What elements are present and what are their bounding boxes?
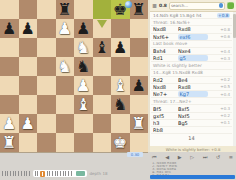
white-pawn-b2[interactable]: ♟: [21, 114, 35, 133]
comment-row: 14.Nd5 Kg8 15.Bg4 h4+0.8: [151, 12, 232, 19]
search-icon[interactable]: [219, 3, 224, 8]
move-m2[interactable]: Rxd8: [178, 26, 205, 32]
chess-board: ♜♚♜♟♟♟♟♞♝♟♞♞♟♝♟♝♞♟♟♜♜♚: [0, 0, 148, 152]
move-tick[interactable]: [49, 171, 50, 176]
square-b1[interactable]: [19, 133, 38, 152]
square-b6[interactable]: [19, 38, 38, 57]
square-a3[interactable]: [0, 95, 19, 114]
move-m1[interactable]: gxf5: [153, 113, 178, 119]
move-tick[interactable]: [15, 171, 16, 176]
move-m1[interactable]: Rd1: [153, 55, 178, 61]
search-input[interactable]: search…: [169, 2, 225, 10]
move-m1[interactable]: Bf5: [153, 106, 178, 112]
eval-value: +0.8: [220, 27, 230, 32]
move-arrow-icon: [97, 20, 107, 28]
move-tick[interactable]: [71, 171, 72, 176]
comment-text: 14...Kg8 15.Nxd8 Rxd8: [153, 70, 203, 75]
square-a7[interactable]: ♟: [0, 19, 19, 38]
move-row[interactable]: Rb8: [151, 127, 232, 134]
square-h8[interactable]: ♜: [130, 0, 149, 19]
square-a6[interactable]: [0, 38, 19, 57]
move-tick[interactable]: [52, 171, 53, 176]
white-rook-h2[interactable]: ♜: [132, 114, 146, 133]
white-bishop-e3[interactable]: ♝: [76, 95, 90, 114]
move-m1[interactable]: h3: [153, 120, 178, 126]
menu-icon[interactable]: ≣: [152, 2, 157, 9]
analysis-panel: ≣ 0.8 search… 14.Nd5 Kg8 15.Bg4 h4+0.8Th…: [148, 0, 236, 152]
eval-value: +0.3: [220, 106, 230, 111]
comment-row: Last book move: [151, 41, 232, 48]
first-button[interactable]: ⏮: [152, 153, 157, 162]
comment-row: Threat: 17...Ne2+: [151, 98, 232, 105]
move-tick[interactable]: [47, 171, 48, 176]
square-h4[interactable]: ♟: [130, 76, 149, 95]
square-h3[interactable]: [130, 95, 149, 114]
square-f5[interactable]: [93, 57, 112, 76]
comment-text: Threat: 17...Ne2+: [153, 99, 192, 104]
move-tick[interactable]: [68, 171, 69, 176]
white-pawn-a2[interactable]: ♟: [2, 114, 16, 133]
comment-row: 14...Kg8 15.Nxd8 Rxd8: [151, 70, 232, 77]
move-row[interactable]: Rd1g5+0.3: [151, 55, 232, 62]
move-m1[interactable]: Nxf6+: [153, 34, 178, 40]
move-m2[interactable]: Bxf5: [178, 106, 205, 112]
comment-row: White is slightly better: [151, 62, 232, 69]
scrollbar-thumb[interactable]: [233, 14, 236, 38]
square-g3[interactable]: ♞: [111, 95, 130, 114]
flip-button[interactable]: ↺: [216, 153, 220, 162]
white-pawn-e4[interactable]: ♟: [76, 76, 90, 95]
move-m2[interactable]: exf6: [178, 34, 208, 40]
move-row[interactable]: Nxd8Rxd8+0.8: [151, 26, 232, 33]
move-m2[interactable]: Bg5: [178, 120, 205, 126]
square-e6[interactable]: ♞: [74, 38, 93, 57]
move-tick[interactable]: [65, 171, 66, 176]
eval-value: +0.4: [220, 92, 230, 97]
square-g5[interactable]: [111, 57, 130, 76]
square-a4[interactable]: [0, 76, 19, 95]
move-tick-strip: [33, 170, 87, 177]
square-f8[interactable]: [93, 0, 112, 19]
move-row[interactable]: Ne7+Kg7+0.4: [151, 91, 232, 98]
square-a5[interactable]: [0, 57, 19, 76]
annotation-bubble-icon[interactable]: [125, 1, 132, 8]
black-rook-h8[interactable]: ♜: [132, 0, 146, 19]
move-tick[interactable]: [13, 171, 14, 176]
move-m2[interactable]: Be4: [178, 77, 205, 83]
move-m1[interactable]: Nxd8: [153, 26, 178, 32]
move-tick[interactable]: [18, 171, 19, 176]
square-d2[interactable]: [56, 114, 75, 133]
square-h1[interactable]: [130, 133, 149, 152]
app-window: ♜♚♜♟♟♟♟♞♝♟♞♞♟♝♟♝♞♟♟♜♜♚ ≣ 0.8 search… 14.…: [0, 0, 236, 180]
result-badge: [76, 171, 85, 176]
move-tick[interactable]: [26, 171, 27, 176]
engine-icon[interactable]: [227, 2, 234, 9]
square-f2[interactable]: [93, 114, 112, 133]
move-tick[interactable]: [60, 171, 61, 176]
black-bishop-f6[interactable]: ♝: [95, 38, 109, 57]
move-tick[interactable]: [63, 171, 64, 176]
play-button[interactable]: ▶: [178, 153, 182, 162]
move-row[interactable]: h3Bg5+0.1: [151, 120, 232, 127]
square-c6[interactable]: [37, 38, 56, 57]
prev-button[interactable]: ◀: [165, 153, 169, 162]
comment-text: 14.Nd5 Kg8 15.Bg4 h4: [153, 13, 202, 18]
move-m1[interactable]: Nxd8: [153, 84, 178, 90]
square-g6[interactable]: ♟: [111, 38, 130, 57]
black-knight-g3[interactable]: ♞: [113, 95, 127, 114]
square-c3[interactable]: [37, 95, 56, 114]
square-b4[interactable]: [19, 76, 38, 95]
white-pawn-d7[interactable]: ♟: [58, 19, 72, 38]
square-c1[interactable]: [37, 133, 56, 152]
engine-progress-bar: [150, 175, 235, 179]
move-m2[interactable]: Kg7: [178, 91, 208, 97]
move-row[interactable]: Nxd8Rxd8+0.5: [151, 84, 232, 91]
black-pawn-e7[interactable]: ♟: [76, 19, 90, 38]
move-tick[interactable]: [24, 171, 25, 176]
square-g2[interactable]: [111, 114, 130, 133]
comment-row: Threat: 16.Nxf6+: [151, 19, 232, 26]
move-tick[interactable]: [37, 171, 38, 176]
move-row[interactable]: gxf5Nxf5+0.2: [151, 113, 232, 120]
square-e2[interactable]: [74, 114, 93, 133]
move-m1[interactable]: Rd2: [153, 77, 178, 83]
move-tick[interactable]: [21, 171, 22, 176]
white-knight-d5[interactable]: ♞: [58, 57, 72, 76]
square-d7[interactable]: ♟: [56, 19, 75, 38]
move-m1[interactable]: Ne7+: [153, 91, 178, 97]
square-f3[interactable]: [93, 95, 112, 114]
square-d4[interactable]: [56, 76, 75, 95]
square-d6[interactable]: [56, 38, 75, 57]
square-e5[interactable]: ♞: [74, 57, 93, 76]
square-c5[interactable]: [37, 57, 56, 76]
move-row[interactable]: Bxh4Nxe4+0.4: [151, 48, 232, 55]
square-c7[interactable]: [37, 19, 56, 38]
eval-chip: +0.8: [217, 13, 230, 18]
page-number: 14: [151, 134, 232, 142]
scrollbar[interactable]: [233, 12, 236, 146]
square-d8[interactable]: ♜: [56, 0, 75, 19]
move-tick[interactable]: [29, 171, 30, 176]
black-rook-d8[interactable]: ♜: [58, 0, 72, 19]
next-button[interactable]: ▷: [190, 153, 194, 162]
square-c2[interactable]: [37, 114, 56, 133]
move-ticker: depth 18: [2, 169, 108, 178]
move-m2[interactable]: Rxd8: [178, 84, 205, 90]
move-row[interactable]: Bf5Bxf5+0.3: [151, 105, 232, 112]
eval-value: 0.8: [159, 3, 167, 8]
eval-value: +0.6: [220, 34, 230, 39]
square-h2[interactable]: ♜: [130, 114, 149, 133]
current-move-marker[interactable]: [40, 171, 45, 177]
move-tick[interactable]: [7, 171, 8, 176]
square-g7[interactable]: [111, 19, 130, 38]
square-b7[interactable]: ♟: [19, 19, 38, 38]
white-bishop-g4[interactable]: ♝: [113, 76, 127, 95]
square-b2[interactable]: ♟: [19, 114, 38, 133]
analysis-rows: 14.Nd5 Kg8 15.Bg4 h4+0.8Threat: 16.Nxf6+…: [151, 12, 232, 142]
last-button[interactable]: ⏭: [203, 153, 208, 162]
square-f4[interactable]: [93, 76, 112, 95]
square-a2[interactable]: ♟: [0, 114, 19, 133]
white-rook-a1[interactable]: ♜: [2, 133, 16, 152]
square-c8[interactable]: [37, 0, 56, 19]
move-m1[interactable]: Bxh4: [153, 48, 178, 54]
square-d3[interactable]: [56, 95, 75, 114]
eval-badge: 0.30: [127, 152, 143, 157]
move-tick[interactable]: [35, 171, 36, 176]
square-e3[interactable]: ♝: [74, 95, 93, 114]
move-tick[interactable]: [57, 171, 58, 176]
black-pawn-b7[interactable]: ♟: [21, 19, 35, 38]
panel-header: ≣ 0.8 search…: [150, 0, 236, 12]
square-e8[interactable]: [74, 0, 93, 19]
black-pawn-h4[interactable]: ♟: [132, 76, 146, 95]
square-f6[interactable]: ♝: [93, 38, 112, 57]
square-e1[interactable]: [74, 133, 93, 152]
eval-value: +0.2: [220, 113, 230, 118]
move-tick[interactable]: [55, 171, 56, 176]
square-e7[interactable]: ♟: [74, 19, 93, 38]
eval-value: +0.3: [220, 56, 230, 61]
move-tick[interactable]: [2, 171, 3, 176]
square-d5[interactable]: ♞: [56, 57, 75, 76]
black-knight-e5[interactable]: ♞: [76, 57, 90, 76]
move-row[interactable]: Nxf6+exf6+0.6: [151, 34, 232, 41]
square-b5[interactable]: [19, 57, 38, 76]
square-e4[interactable]: ♟: [74, 76, 93, 95]
move-m2[interactable]: Nxe4: [178, 48, 205, 54]
square-a1[interactable]: ♜: [0, 133, 19, 152]
black-pawn-g6[interactable]: ♟: [113, 38, 127, 57]
move-tick[interactable]: [10, 171, 11, 176]
comment-text: Last book move: [153, 41, 187, 46]
search-text: search…: [171, 3, 188, 8]
navigation-toolbar: ⏮◀▶▷⏭↺≡: [150, 153, 235, 162]
move-tick[interactable]: [5, 171, 6, 176]
status-bar: White is slightly better: +0.8: [150, 146, 236, 152]
settings-button[interactable]: ≡: [229, 153, 233, 162]
white-king-g1[interactable]: ♚: [113, 133, 127, 152]
square-h5[interactable]: [130, 57, 149, 76]
square-g1[interactable]: ♚: [111, 133, 130, 152]
move-row[interactable]: Rd2Be4+0.2: [151, 77, 232, 84]
square-d1[interactable]: [56, 133, 75, 152]
square-h6[interactable]: [130, 38, 149, 57]
move-m1[interactable]: Rb8: [153, 127, 178, 133]
comment-text: Threat: 16.Nxf6+: [153, 20, 190, 25]
square-a8[interactable]: [0, 0, 19, 19]
move-m2[interactable]: Nxf5: [178, 113, 205, 119]
ticker-label: depth 18: [90, 171, 108, 176]
move-m2[interactable]: g5: [178, 55, 208, 61]
eval-value: +0.2: [220, 77, 230, 82]
eval-value: +0.5: [220, 84, 230, 89]
square-f1[interactable]: [93, 133, 112, 152]
square-h7[interactable]: [130, 19, 149, 38]
square-c4[interactable]: [37, 76, 56, 95]
square-g4[interactable]: ♝: [111, 76, 130, 95]
comment-text: White is slightly better: [153, 63, 202, 68]
black-pawn-a7[interactable]: ♟: [2, 19, 16, 38]
square-b3[interactable]: [19, 95, 38, 114]
square-b8[interactable]: [19, 0, 38, 19]
eval-value: +0.4: [220, 49, 230, 54]
white-knight-e6[interactable]: ♞: [76, 38, 90, 57]
eval-value: +0.1: [220, 120, 230, 125]
